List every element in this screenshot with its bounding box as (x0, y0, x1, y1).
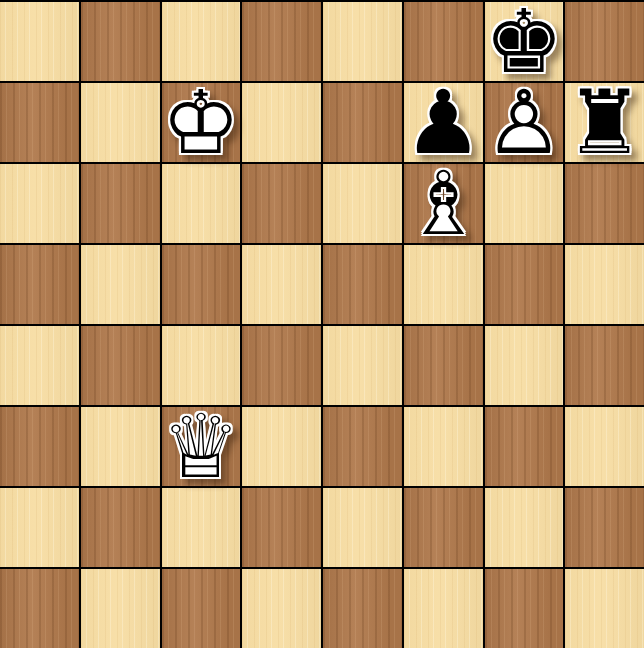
square-d1[interactable] (242, 569, 321, 648)
square-b1[interactable] (81, 569, 160, 648)
square-c5[interactable] (162, 245, 241, 324)
square-h3[interactable] (565, 407, 644, 486)
square-e7[interactable] (323, 83, 402, 162)
square-a7[interactable] (0, 83, 79, 162)
square-a2[interactable] (0, 488, 79, 567)
square-d7[interactable] (242, 83, 321, 162)
square-h1[interactable] (565, 569, 644, 648)
rook-glyph: ♜ (565, 83, 644, 162)
square-f8[interactable] (404, 2, 483, 81)
square-a8[interactable] (0, 2, 79, 81)
piece-white-king[interactable]: ♚♔ (162, 83, 241, 162)
piece-white-pawn[interactable]: ♟♙ (485, 83, 564, 162)
king-glyph: ♚ (485, 2, 564, 81)
square-e1[interactable] (323, 569, 402, 648)
square-c2[interactable] (162, 488, 241, 567)
king-outline-glyph: ♔ (162, 83, 241, 162)
square-f7[interactable]: ♟ (404, 83, 483, 162)
square-f6[interactable]: ♝♗ (404, 164, 483, 243)
bishop-outline-glyph: ♗ (404, 164, 483, 243)
square-b7[interactable] (81, 83, 160, 162)
pawn-glyph: ♟ (404, 83, 483, 162)
piece-white-bishop[interactable]: ♝♗ (404, 164, 483, 243)
square-f5[interactable] (404, 245, 483, 324)
square-b5[interactable] (81, 245, 160, 324)
chess-board: ♚♚♔♟♟♙♜♝♗♛♕ (0, 0, 644, 648)
square-e6[interactable] (323, 164, 402, 243)
square-b4[interactable] (81, 326, 160, 405)
square-c3[interactable]: ♛♕ (162, 407, 241, 486)
square-b8[interactable] (81, 2, 160, 81)
square-g2[interactable] (485, 488, 564, 567)
square-g8[interactable]: ♚ (485, 2, 564, 81)
square-e8[interactable] (323, 2, 402, 81)
square-c8[interactable] (162, 2, 241, 81)
pawn-outline-glyph: ♙ (485, 83, 564, 162)
square-b6[interactable] (81, 164, 160, 243)
square-g6[interactable] (485, 164, 564, 243)
square-f2[interactable] (404, 488, 483, 567)
square-c6[interactable] (162, 164, 241, 243)
square-d4[interactable] (242, 326, 321, 405)
square-c1[interactable] (162, 569, 241, 648)
square-c7[interactable]: ♚♔ (162, 83, 241, 162)
square-e3[interactable] (323, 407, 402, 486)
square-f3[interactable] (404, 407, 483, 486)
square-a6[interactable] (0, 164, 79, 243)
square-d8[interactable] (242, 2, 321, 81)
square-b2[interactable] (81, 488, 160, 567)
piece-black-rook[interactable]: ♜ (565, 83, 644, 162)
queen-outline-glyph: ♕ (162, 407, 241, 486)
square-a5[interactable] (0, 245, 79, 324)
square-e2[interactable] (323, 488, 402, 567)
square-h4[interactable] (565, 326, 644, 405)
square-g1[interactable] (485, 569, 564, 648)
square-g7[interactable]: ♟♙ (485, 83, 564, 162)
square-g3[interactable] (485, 407, 564, 486)
piece-black-king[interactable]: ♚ (485, 2, 564, 81)
square-d5[interactable] (242, 245, 321, 324)
square-e4[interactable] (323, 326, 402, 405)
square-a4[interactable] (0, 326, 79, 405)
piece-white-queen[interactable]: ♛♕ (162, 407, 241, 486)
square-g4[interactable] (485, 326, 564, 405)
square-e5[interactable] (323, 245, 402, 324)
square-a1[interactable] (0, 569, 79, 648)
square-f1[interactable] (404, 569, 483, 648)
square-d2[interactable] (242, 488, 321, 567)
square-h7[interactable]: ♜ (565, 83, 644, 162)
square-b3[interactable] (81, 407, 160, 486)
square-g5[interactable] (485, 245, 564, 324)
square-h5[interactable] (565, 245, 644, 324)
square-a3[interactable] (0, 407, 79, 486)
square-f4[interactable] (404, 326, 483, 405)
square-h8[interactable] (565, 2, 644, 81)
square-d3[interactable] (242, 407, 321, 486)
square-h2[interactable] (565, 488, 644, 567)
square-d6[interactable] (242, 164, 321, 243)
piece-black-pawn[interactable]: ♟ (404, 83, 483, 162)
square-h6[interactable] (565, 164, 644, 243)
square-c4[interactable] (162, 326, 241, 405)
